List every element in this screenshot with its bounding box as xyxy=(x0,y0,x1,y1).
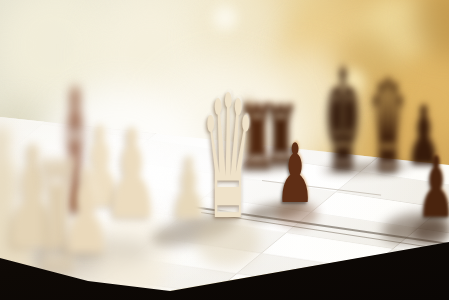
bokeh-dot xyxy=(339,69,365,95)
bokeh-dot xyxy=(213,6,237,30)
chess-photo-scene: ♟♟♜♟♟♟♟♛♟♜♜♟♚♛♟♟♝ xyxy=(0,0,449,300)
